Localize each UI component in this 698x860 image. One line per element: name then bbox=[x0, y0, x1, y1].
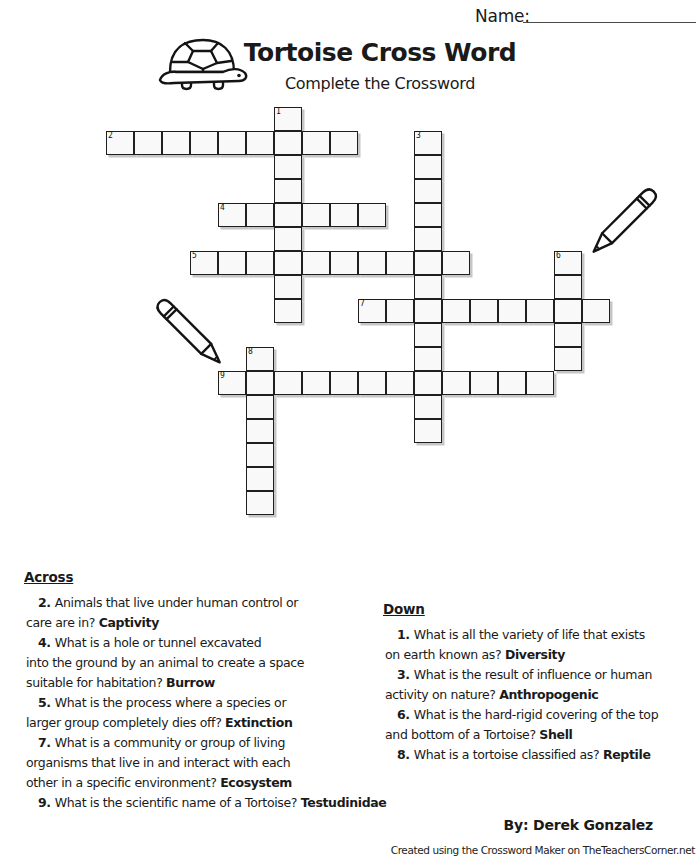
grid-cell[interactable] bbox=[414, 155, 442, 179]
grid-cell[interactable] bbox=[246, 443, 274, 467]
clue-line: other in a specific environment? Ecosyst… bbox=[24, 773, 424, 793]
grid-cell[interactable] bbox=[498, 371, 526, 395]
grid-cell[interactable] bbox=[498, 299, 526, 323]
grid-cell[interactable] bbox=[386, 299, 414, 323]
grid-cell[interactable] bbox=[274, 203, 302, 227]
grid-cell[interactable] bbox=[330, 203, 358, 227]
grid-cell[interactable] bbox=[554, 275, 582, 299]
grid-cell[interactable] bbox=[358, 251, 386, 275]
grid-cell[interactable] bbox=[414, 251, 442, 275]
grid-cell[interactable] bbox=[302, 131, 330, 155]
clue-number: 8 bbox=[248, 347, 253, 357]
pencil-icon bbox=[136, 288, 232, 384]
clue-line: 7. What is a community or group of livin… bbox=[24, 733, 424, 753]
grid-cell[interactable] bbox=[414, 371, 442, 395]
clue-line: 4. What is a hole or tunnel excavated bbox=[24, 633, 424, 653]
clue-line: larger group completely dies off? Extinc… bbox=[24, 713, 424, 733]
down-heading: Down bbox=[383, 601, 695, 617]
grid-cell[interactable] bbox=[414, 275, 442, 299]
grid-cell[interactable] bbox=[414, 203, 442, 227]
grid-cell[interactable] bbox=[554, 347, 582, 371]
clue-line: 9. What is the scientific name of a Tort… bbox=[24, 793, 424, 813]
grid-cell[interactable] bbox=[246, 203, 274, 227]
grid-cell[interactable] bbox=[414, 299, 442, 323]
clue-line: into the ground by an animal to create a… bbox=[24, 653, 424, 673]
grid-cell[interactable] bbox=[554, 323, 582, 347]
grid-cell[interactable] bbox=[442, 371, 470, 395]
grid-cell[interactable] bbox=[302, 251, 330, 275]
clue-number: 1 bbox=[276, 107, 281, 117]
grid-cell[interactable] bbox=[274, 275, 302, 299]
grid-cell[interactable] bbox=[470, 371, 498, 395]
worksheet-page: Name: Tortoise Cross Word Complete the C… bbox=[0, 0, 698, 860]
grid-cell[interactable] bbox=[386, 251, 414, 275]
clue-line: suitable for habitation? Burrow bbox=[24, 673, 424, 693]
grid-cell[interactable]: 4 bbox=[218, 203, 246, 227]
grid-cell[interactable] bbox=[414, 419, 442, 443]
clue-number: 6 bbox=[556, 251, 561, 261]
clue-line: 2. Animals that live under human control… bbox=[24, 593, 424, 613]
grid-cell[interactable]: 1 bbox=[274, 107, 302, 131]
grid-cell[interactable] bbox=[330, 131, 358, 155]
grid-cell[interactable] bbox=[442, 299, 470, 323]
clue-line: and bottom of a Tortoise? Shell bbox=[383, 725, 695, 745]
clue-line: on earth known as? Diversity bbox=[383, 645, 695, 665]
grid-cell[interactable]: 5 bbox=[190, 251, 218, 275]
grid-cell[interactable] bbox=[134, 131, 162, 155]
clue-number: 3 bbox=[416, 131, 421, 141]
clue-number: 2 bbox=[108, 131, 113, 141]
grid-cell[interactable] bbox=[274, 179, 302, 203]
grid-cell[interactable] bbox=[246, 467, 274, 491]
grid-cell[interactable] bbox=[274, 227, 302, 251]
grid-cell[interactable] bbox=[414, 179, 442, 203]
grid-cell[interactable] bbox=[246, 491, 274, 515]
grid-cell[interactable] bbox=[274, 371, 302, 395]
grid-cell[interactable] bbox=[414, 395, 442, 419]
grid-cell[interactable] bbox=[358, 203, 386, 227]
grid-cell[interactable] bbox=[358, 371, 386, 395]
grid-cell[interactable] bbox=[302, 371, 330, 395]
grid-cell[interactable] bbox=[302, 203, 330, 227]
clue-line: 1. What is all the variety of life that … bbox=[383, 625, 695, 645]
grid-cell[interactable] bbox=[470, 299, 498, 323]
grid-cell[interactable] bbox=[246, 395, 274, 419]
grid-cell[interactable] bbox=[246, 251, 274, 275]
page-subtitle: Complete the Crossword bbox=[160, 74, 600, 93]
down-clue-list: 1. What is all the variety of life that … bbox=[383, 625, 695, 765]
name-label: Name: bbox=[475, 6, 530, 26]
grid-cell[interactable] bbox=[386, 371, 414, 395]
grid-cell[interactable] bbox=[330, 371, 358, 395]
name-blank-line[interactable] bbox=[523, 22, 696, 23]
pencil-icon bbox=[576, 168, 672, 264]
grid-cell[interactable] bbox=[246, 371, 274, 395]
clue-line: 3. What is the result of influence or hu… bbox=[383, 665, 695, 685]
clue-line: 6. What is the hard-rigid covering of th… bbox=[383, 705, 695, 725]
grid-cell[interactable] bbox=[274, 131, 302, 155]
grid-cell[interactable]: 7 bbox=[358, 299, 386, 323]
grid-cell[interactable] bbox=[414, 323, 442, 347]
byline: By: Derek Gonzalez bbox=[504, 817, 653, 833]
credit: Created using the Crossword Maker on The… bbox=[391, 844, 695, 856]
grid-cell[interactable] bbox=[526, 371, 554, 395]
down-section: Down 1. What is all the variety of life … bbox=[383, 601, 695, 765]
clue-line: 5. What is the process where a species o… bbox=[24, 693, 424, 713]
grid-cell[interactable] bbox=[414, 227, 442, 251]
across-section: Across 2. Animals that live under human … bbox=[24, 569, 424, 813]
clue-number: 7 bbox=[360, 299, 365, 309]
grid-cell[interactable] bbox=[554, 299, 582, 323]
grid-cell[interactable] bbox=[274, 251, 302, 275]
page-title: Tortoise Cross Word bbox=[160, 38, 600, 67]
grid-cell[interactable] bbox=[414, 347, 442, 371]
grid-cell[interactable] bbox=[582, 299, 610, 323]
grid-cell[interactable] bbox=[330, 251, 358, 275]
clue-number: 5 bbox=[192, 251, 197, 261]
grid-cell[interactable] bbox=[246, 419, 274, 443]
grid-cell[interactable] bbox=[274, 299, 302, 323]
clue-number: 4 bbox=[220, 203, 225, 213]
clue-line: activity on nature? Anthropogenic bbox=[383, 685, 695, 705]
grid-cell[interactable] bbox=[218, 131, 246, 155]
grid-cell[interactable]: 2 bbox=[106, 131, 134, 155]
grid-cell[interactable] bbox=[526, 299, 554, 323]
grid-cell[interactable] bbox=[162, 131, 190, 155]
grid-cell[interactable] bbox=[442, 251, 470, 275]
grid-cell[interactable]: 8 bbox=[246, 347, 274, 371]
grid-cell[interactable] bbox=[246, 131, 274, 155]
grid-cell[interactable]: 3 bbox=[414, 131, 442, 155]
grid-cell[interactable] bbox=[190, 131, 218, 155]
grid-cell[interactable] bbox=[274, 155, 302, 179]
clue-line: care are in? Captivity bbox=[24, 613, 424, 633]
clue-line: organisms that live in and interact with… bbox=[24, 753, 424, 773]
across-clue-list: 2. Animals that live under human control… bbox=[24, 593, 424, 813]
clue-line: 8. What is a tortoise classified as? Rep… bbox=[383, 745, 695, 765]
grid-cell[interactable] bbox=[218, 251, 246, 275]
across-heading: Across bbox=[24, 569, 424, 585]
